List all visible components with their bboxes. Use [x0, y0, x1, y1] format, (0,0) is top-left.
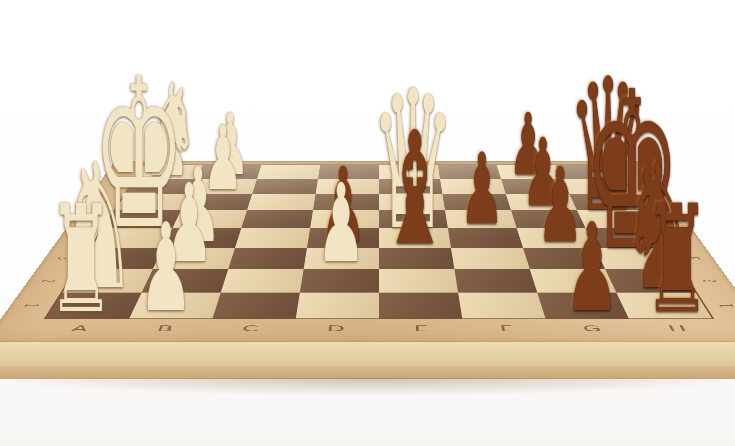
piece-dark-pawn-g1[interactable]: ♟ [564, 208, 618, 330]
piece-white-pawn-b1[interactable]: ♟ [139, 208, 193, 330]
square-f2 [454, 269, 537, 292]
square-f1 [458, 293, 545, 319]
square-d1 [296, 293, 379, 319]
square-c8 [257, 165, 320, 179]
square-e1 [379, 293, 462, 319]
square-c7 [252, 179, 318, 194]
file-label-c: C [207, 324, 295, 333]
rank-label-right-1: 1 [714, 304, 735, 308]
square-c5 [241, 210, 313, 228]
board-shadow [0, 378, 735, 396]
piece-dark-pawn-f5[interactable]: ♟ [460, 140, 504, 238]
piece-white-rook-a1[interactable]: ♜ [48, 186, 115, 335]
square-c3 [228, 248, 307, 269]
rank-label-left-1: 1 [19, 304, 44, 308]
piece-dark-bishop-e4[interactable]: ♝ [380, 112, 450, 268]
file-label-d: D [293, 324, 379, 333]
square-f3 [451, 248, 530, 269]
piece-dark-rook-h1[interactable]: ♜ [643, 186, 710, 335]
square-c2 [221, 269, 304, 292]
square-c6 [247, 194, 316, 210]
file-label-f: F [464, 324, 552, 333]
file-label-e: E [379, 324, 465, 333]
chess-photo-scene: ABCDEFGH 87654321 87654321 ♜♞♟♟♟♚♟♛♟♟♞♟♝… [0, 0, 735, 446]
square-c1 [213, 293, 300, 319]
piece-white-pawn-d3[interactable]: ♟ [317, 170, 366, 279]
square-c4 [235, 228, 310, 247]
